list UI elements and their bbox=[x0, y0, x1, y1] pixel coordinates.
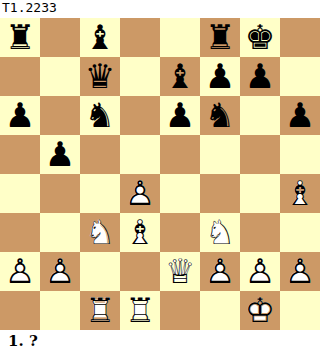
square-b4[interactable] bbox=[40, 174, 80, 213]
square-g4[interactable] bbox=[240, 174, 280, 213]
chess-board: ♜♝♜♚♛♝♟♟♟♞♟♞♟♟♟♙♝♗♞♘♝♗♞♘♟♙♟♙♛♕♟♙♟♙♟♙♜♖♜♖… bbox=[0, 18, 320, 330]
square-b5[interactable]: ♟ bbox=[40, 135, 80, 174]
square-d5[interactable] bbox=[120, 135, 160, 174]
square-f6[interactable]: ♞ bbox=[200, 96, 240, 135]
square-f5[interactable] bbox=[200, 135, 240, 174]
black-pawn-icon: ♟ bbox=[40, 135, 80, 174]
square-h6[interactable]: ♟ bbox=[280, 96, 320, 135]
square-d4[interactable]: ♟♙ bbox=[120, 174, 160, 213]
square-d3[interactable]: ♝♗ bbox=[120, 213, 160, 252]
square-h8[interactable] bbox=[280, 18, 320, 57]
square-h1[interactable] bbox=[280, 291, 320, 330]
square-d6[interactable] bbox=[120, 96, 160, 135]
white-pawn-outline-icon: ♙ bbox=[240, 252, 280, 291]
square-g7[interactable]: ♟ bbox=[240, 57, 280, 96]
square-f3[interactable]: ♞♘ bbox=[200, 213, 240, 252]
square-e2[interactable]: ♛♕ bbox=[160, 252, 200, 291]
square-a8[interactable]: ♜ bbox=[0, 18, 40, 57]
square-c3[interactable]: ♞♘ bbox=[80, 213, 120, 252]
black-pawn-icon: ♟ bbox=[0, 96, 40, 135]
square-h7[interactable] bbox=[280, 57, 320, 96]
black-bishop-icon: ♝ bbox=[80, 18, 120, 57]
square-e1[interactable] bbox=[160, 291, 200, 330]
white-king-outline-icon: ♔ bbox=[240, 291, 280, 330]
black-pawn-icon: ♟ bbox=[200, 57, 240, 96]
square-f1[interactable] bbox=[200, 291, 240, 330]
square-a2[interactable]: ♟♙ bbox=[0, 252, 40, 291]
square-g5[interactable] bbox=[240, 135, 280, 174]
square-g8[interactable]: ♚ bbox=[240, 18, 280, 57]
square-c2[interactable] bbox=[80, 252, 120, 291]
square-h3[interactable] bbox=[280, 213, 320, 252]
black-bishop-icon: ♝ bbox=[160, 57, 200, 96]
white-pawn-outline-icon: ♙ bbox=[280, 252, 320, 291]
square-a1[interactable] bbox=[0, 291, 40, 330]
black-knight-icon: ♞ bbox=[80, 96, 120, 135]
square-d7[interactable] bbox=[120, 57, 160, 96]
move-prompt: 1. ? bbox=[8, 331, 38, 351]
black-rook-icon: ♜ bbox=[200, 18, 240, 57]
square-c7[interactable]: ♛ bbox=[80, 57, 120, 96]
square-c6[interactable]: ♞ bbox=[80, 96, 120, 135]
square-e3[interactable] bbox=[160, 213, 200, 252]
white-bishop-outline-icon: ♗ bbox=[120, 213, 160, 252]
square-g1[interactable]: ♚♔ bbox=[240, 291, 280, 330]
square-b1[interactable] bbox=[40, 291, 80, 330]
square-e6[interactable]: ♟ bbox=[160, 96, 200, 135]
white-pawn-outline-icon: ♙ bbox=[0, 252, 40, 291]
black-pawn-icon: ♟ bbox=[240, 57, 280, 96]
square-a3[interactable] bbox=[0, 213, 40, 252]
white-knight-outline-icon: ♘ bbox=[80, 213, 120, 252]
square-h5[interactable] bbox=[280, 135, 320, 174]
square-g3[interactable] bbox=[240, 213, 280, 252]
black-pawn-icon: ♟ bbox=[280, 96, 320, 135]
square-e8[interactable] bbox=[160, 18, 200, 57]
white-pawn-outline-icon: ♙ bbox=[200, 252, 240, 291]
black-rook-icon: ♜ bbox=[0, 18, 40, 57]
square-h2[interactable]: ♟♙ bbox=[280, 252, 320, 291]
black-knight-icon: ♞ bbox=[200, 96, 240, 135]
white-rook-outline-icon: ♖ bbox=[120, 291, 160, 330]
square-d8[interactable] bbox=[120, 18, 160, 57]
black-pawn-icon: ♟ bbox=[160, 96, 200, 135]
square-h4[interactable]: ♝♗ bbox=[280, 174, 320, 213]
square-d2[interactable] bbox=[120, 252, 160, 291]
black-queen-icon: ♛ bbox=[80, 57, 120, 96]
square-f2[interactable]: ♟♙ bbox=[200, 252, 240, 291]
square-a7[interactable] bbox=[0, 57, 40, 96]
square-g6[interactable] bbox=[240, 96, 280, 135]
square-c5[interactable] bbox=[80, 135, 120, 174]
square-e5[interactable] bbox=[160, 135, 200, 174]
square-g2[interactable]: ♟♙ bbox=[240, 252, 280, 291]
square-e4[interactable] bbox=[160, 174, 200, 213]
square-a4[interactable] bbox=[0, 174, 40, 213]
white-pawn-outline-icon: ♙ bbox=[40, 252, 80, 291]
white-rook-outline-icon: ♖ bbox=[80, 291, 120, 330]
white-bishop-outline-icon: ♗ bbox=[280, 174, 320, 213]
square-b8[interactable] bbox=[40, 18, 80, 57]
square-f8[interactable]: ♜ bbox=[200, 18, 240, 57]
square-a5[interactable] bbox=[0, 135, 40, 174]
black-king-icon: ♚ bbox=[240, 18, 280, 57]
square-c8[interactable]: ♝ bbox=[80, 18, 120, 57]
white-queen-outline-icon: ♕ bbox=[160, 252, 200, 291]
square-c1[interactable]: ♜♖ bbox=[80, 291, 120, 330]
puzzle-title: T1.2233 bbox=[2, 0, 57, 16]
square-b6[interactable] bbox=[40, 96, 80, 135]
square-b3[interactable] bbox=[40, 213, 80, 252]
square-b7[interactable] bbox=[40, 57, 80, 96]
square-f4[interactable] bbox=[200, 174, 240, 213]
square-c4[interactable] bbox=[80, 174, 120, 213]
white-pawn-outline-icon: ♙ bbox=[120, 174, 160, 213]
square-d1[interactable]: ♜♖ bbox=[120, 291, 160, 330]
square-b2[interactable]: ♟♙ bbox=[40, 252, 80, 291]
square-a6[interactable]: ♟ bbox=[0, 96, 40, 135]
square-f7[interactable]: ♟ bbox=[200, 57, 240, 96]
white-knight-outline-icon: ♘ bbox=[200, 213, 240, 252]
square-e7[interactable]: ♝ bbox=[160, 57, 200, 96]
